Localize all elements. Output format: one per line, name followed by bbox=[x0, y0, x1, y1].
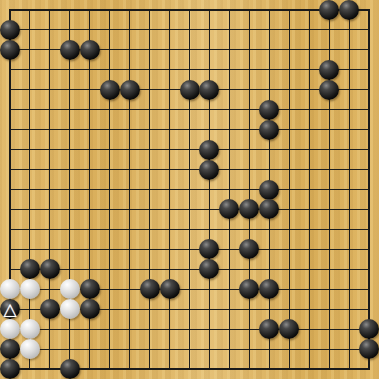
black-stone-glyph: ● bbox=[198, 80, 222, 100]
white-stone-glyph: ● bbox=[18, 279, 42, 299]
black-stone-d17[interactable]: ● bbox=[60, 40, 80, 60]
white-stone-a3[interactable]: ● bbox=[0, 319, 20, 339]
black-stone-c6[interactable]: ● bbox=[40, 259, 60, 279]
white-stone-a5[interactable]: ● bbox=[0, 279, 20, 299]
black-stone-glyph: ● bbox=[78, 40, 102, 60]
black-stone-glyph: ● bbox=[158, 279, 182, 299]
grid-line-vertical bbox=[349, 10, 350, 369]
grid-line-vertical bbox=[249, 10, 250, 369]
black-stone-h5[interactable]: ● bbox=[140, 279, 160, 299]
black-stone-glyph: ● bbox=[238, 239, 262, 259]
black-stone-glyph: ● bbox=[0, 40, 22, 60]
black-stone-m9[interactable]: ● bbox=[219, 199, 239, 219]
black-stone-glyph: ● bbox=[198, 160, 222, 180]
grid-line-vertical bbox=[209, 10, 210, 369]
black-stone-g15[interactable]: ● bbox=[120, 80, 140, 100]
grid-line-vertical bbox=[229, 10, 230, 369]
black-stone-o13[interactable]: ● bbox=[259, 120, 279, 140]
black-stone-j5[interactable]: ● bbox=[160, 279, 180, 299]
black-stone-r15[interactable]: ● bbox=[319, 80, 339, 100]
black-stone-a17[interactable]: ● bbox=[0, 40, 20, 60]
grid-line-horizontal bbox=[10, 269, 369, 270]
black-stone-glyph: ● bbox=[317, 80, 341, 100]
black-stone-e17[interactable]: ● bbox=[80, 40, 100, 60]
grid-line-horizontal bbox=[10, 349, 369, 350]
black-stone-glyph: ● bbox=[357, 339, 379, 359]
black-stone-glyph: ● bbox=[257, 199, 281, 219]
black-stone-a1[interactable]: ● bbox=[0, 359, 20, 379]
black-stone-o9[interactable]: ● bbox=[259, 199, 279, 219]
black-stone-l11[interactable]: ● bbox=[199, 160, 219, 180]
black-stone-s19[interactable]: ● bbox=[339, 0, 359, 20]
black-stone-n5[interactable]: ● bbox=[239, 279, 259, 299]
grid-line-horizontal bbox=[10, 189, 369, 190]
black-stone-o5[interactable]: ● bbox=[259, 279, 279, 299]
go-board[interactable]: ●●●●●●●●●●●●●●●●●●●●●●●●●●●●●●●●●●●●●●●●… bbox=[0, 0, 379, 379]
white-stone-b2[interactable]: ● bbox=[20, 339, 40, 359]
black-stone-c4[interactable]: ● bbox=[40, 299, 60, 319]
grid-line-horizontal bbox=[10, 249, 369, 250]
black-stone-n7[interactable]: ● bbox=[239, 239, 259, 259]
black-stone-l6[interactable]: ● bbox=[199, 259, 219, 279]
white-stone-d4[interactable]: ● bbox=[60, 299, 80, 319]
grid-line-horizontal bbox=[10, 329, 369, 330]
black-stone-k15[interactable]: ● bbox=[180, 80, 200, 100]
black-stone-glyph: ● bbox=[277, 319, 301, 339]
white-stone-b5[interactable]: ● bbox=[20, 279, 40, 299]
black-stone-glyph: ● bbox=[257, 279, 281, 299]
black-stone-l15[interactable]: ● bbox=[199, 80, 219, 100]
black-stone-glyph: ● bbox=[257, 120, 281, 140]
black-stone-o3[interactable]: ● bbox=[259, 319, 279, 339]
black-stone-p3[interactable]: ● bbox=[279, 319, 299, 339]
black-stone-e4[interactable]: ● bbox=[80, 299, 100, 319]
black-stone-f15[interactable]: ● bbox=[100, 80, 120, 100]
black-stone-r19[interactable]: ● bbox=[319, 0, 339, 20]
white-stone-glyph: ● bbox=[58, 299, 82, 319]
black-stone-n9[interactable]: ● bbox=[239, 199, 259, 219]
black-stone-t2[interactable]: ● bbox=[359, 339, 379, 359]
grid-line-vertical bbox=[309, 10, 310, 369]
black-stone-d1[interactable]: ● bbox=[60, 359, 80, 379]
black-stone-glyph: ● bbox=[337, 0, 361, 20]
grid-line-horizontal bbox=[10, 229, 369, 230]
black-stone-glyph: ● bbox=[198, 259, 222, 279]
grid-line-horizontal bbox=[10, 209, 369, 210]
black-stone-glyph: ● bbox=[58, 359, 82, 379]
black-stone-glyph: ● bbox=[118, 80, 142, 100]
white-stone-glyph: ● bbox=[18, 339, 42, 359]
